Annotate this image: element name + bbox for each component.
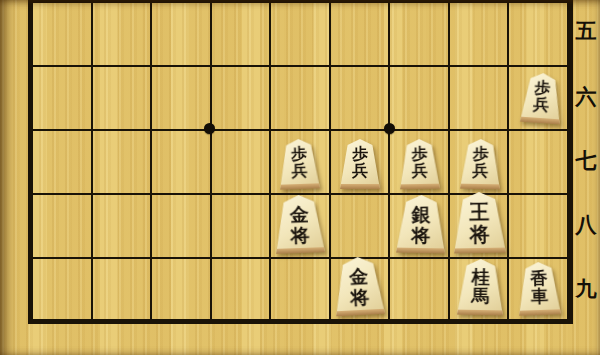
lance-piece-face: 香車 xyxy=(517,261,561,315)
gold-piece-face: 金将 xyxy=(333,256,385,316)
piece-gold-sq58[interactable]: 金将 xyxy=(274,194,325,254)
rank-label-5: 五 xyxy=(572,0,600,62)
piece-pawn-sq27[interactable]: 歩兵 xyxy=(460,139,501,190)
rank-label-9: 九 xyxy=(572,258,600,320)
star-point-left xyxy=(204,123,215,134)
shogi-board: 五 六 七 八 九 歩兵歩兵歩兵歩兵歩兵金将銀将王将金将桂馬香車 xyxy=(0,0,600,355)
piece-pawn-sq37[interactable]: 歩兵 xyxy=(399,139,440,190)
piece-pawn-sq57[interactable]: 歩兵 xyxy=(278,138,320,189)
rank-label-8: 八 xyxy=(572,194,600,256)
pawn-piece-face: 歩兵 xyxy=(520,72,563,125)
knight-piece-face: 桂馬 xyxy=(457,259,504,316)
rank-label-7: 七 xyxy=(572,130,600,192)
piece-king-sq28[interactable]: 王将 xyxy=(453,192,506,254)
pawn-piece-face: 歩兵 xyxy=(399,139,440,190)
rank-label-6: 六 xyxy=(572,66,600,128)
pawn-piece-face: 歩兵 xyxy=(340,139,380,189)
pawn-piece-face: 歩兵 xyxy=(460,139,501,190)
pawn-piece-face: 歩兵 xyxy=(278,138,320,189)
piece-lance-sq19[interactable]: 香車 xyxy=(517,261,561,315)
piece-pawn-sq16[interactable]: 歩兵 xyxy=(520,72,563,125)
piece-gold-sq49[interactable]: 金将 xyxy=(333,256,385,316)
gold-piece-face: 金将 xyxy=(274,194,325,254)
silver-piece-face: 銀将 xyxy=(395,195,445,254)
star-point-right xyxy=(384,123,395,134)
piece-pawn-sq47[interactable]: 歩兵 xyxy=(340,139,380,189)
piece-silver-sq38[interactable]: 銀将 xyxy=(395,195,445,254)
king-piece-face: 王将 xyxy=(453,192,506,254)
piece-knight-sq29[interactable]: 桂馬 xyxy=(457,259,504,316)
